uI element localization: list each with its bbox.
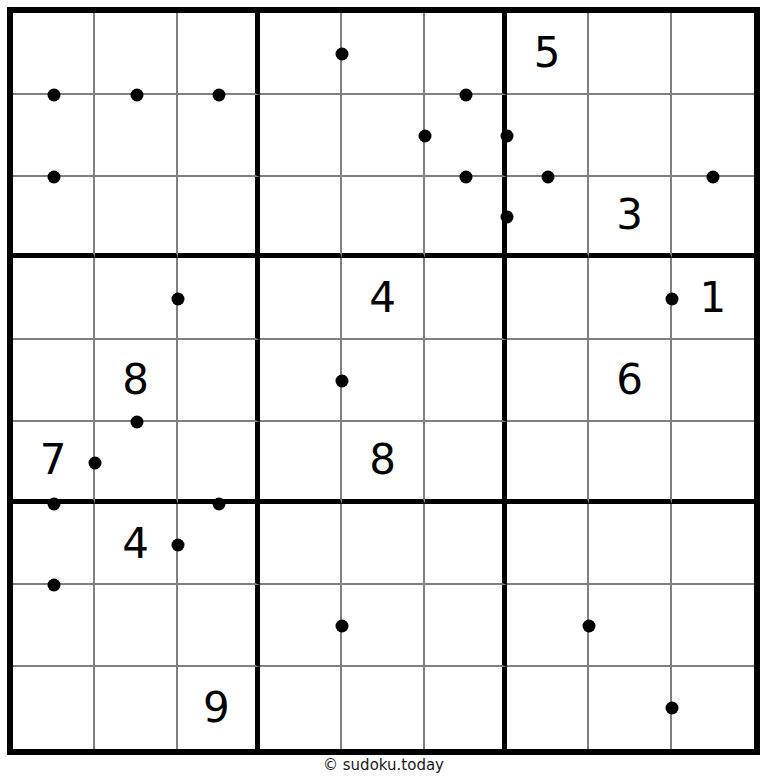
- cell-r1c2[interactable]: [95, 13, 177, 95]
- cell-r6c2[interactable]: [95, 422, 177, 504]
- cell-r3c7[interactable]: [507, 177, 589, 259]
- cell-r3c6[interactable]: [425, 177, 507, 259]
- cell-r9c6[interactable]: [425, 667, 507, 749]
- copyright-credit: © sudoku.today: [7, 756, 760, 774]
- cell-r3c5[interactable]: [342, 177, 424, 259]
- cell-r1c9[interactable]: [672, 13, 754, 95]
- cell-r3c8: 3: [589, 177, 671, 259]
- cell-r5c8: 6: [589, 340, 671, 422]
- cell-r4c3[interactable]: [178, 258, 260, 340]
- cell-r7c4[interactable]: [260, 504, 342, 586]
- cell-r2c5[interactable]: [342, 95, 424, 177]
- cell-r4c7[interactable]: [507, 258, 589, 340]
- cell-r4c1[interactable]: [13, 258, 95, 340]
- cell-r1c6[interactable]: [425, 13, 507, 95]
- cell-r7c7[interactable]: [507, 504, 589, 586]
- cell-r2c6[interactable]: [425, 95, 507, 177]
- cell-r3c3[interactable]: [178, 177, 260, 259]
- sudoku-page: 5341867849 © sudoku.today: [0, 0, 767, 777]
- cell-r5c6[interactable]: [425, 340, 507, 422]
- cell-r1c1[interactable]: [13, 13, 95, 95]
- cell-r8c1[interactable]: [13, 585, 95, 667]
- cell-r3c4[interactable]: [260, 177, 342, 259]
- cell-r9c8[interactable]: [589, 667, 671, 749]
- cell-r7c6[interactable]: [425, 504, 507, 586]
- cell-r2c2[interactable]: [95, 95, 177, 177]
- cell-r2c1[interactable]: [13, 95, 95, 177]
- cell-r4c2[interactable]: [95, 258, 177, 340]
- cell-r2c7[interactable]: [507, 95, 589, 177]
- cell-r6c7[interactable]: [507, 422, 589, 504]
- cell-r7c2: 4: [95, 504, 177, 586]
- cell-r2c3[interactable]: [178, 95, 260, 177]
- cell-r2c8[interactable]: [589, 95, 671, 177]
- cell-r6c5: 8: [342, 422, 424, 504]
- cell-r1c4[interactable]: [260, 13, 342, 95]
- sudoku-board: 5341867849: [7, 7, 760, 755]
- cell-r4c6[interactable]: [425, 258, 507, 340]
- cell-r7c5[interactable]: [342, 504, 424, 586]
- cell-r1c8[interactable]: [589, 13, 671, 95]
- cell-grid: 5341867849: [13, 13, 754, 749]
- cell-r6c9[interactable]: [672, 422, 754, 504]
- cell-r5c1[interactable]: [13, 340, 95, 422]
- cell-r6c8[interactable]: [589, 422, 671, 504]
- cell-r7c9[interactable]: [672, 504, 754, 586]
- cell-r9c9[interactable]: [672, 667, 754, 749]
- cell-r8c2[interactable]: [95, 585, 177, 667]
- cell-r3c9[interactable]: [672, 177, 754, 259]
- cell-r8c9[interactable]: [672, 585, 754, 667]
- cell-r9c3: 9: [178, 667, 260, 749]
- cell-r9c1[interactable]: [13, 667, 95, 749]
- cell-r6c4[interactable]: [260, 422, 342, 504]
- cell-r3c2[interactable]: [95, 177, 177, 259]
- cell-r8c7[interactable]: [507, 585, 589, 667]
- cell-r8c6[interactable]: [425, 585, 507, 667]
- cell-r3c1[interactable]: [13, 177, 95, 259]
- cell-r7c8[interactable]: [589, 504, 671, 586]
- cell-r5c3[interactable]: [178, 340, 260, 422]
- cell-r7c1[interactable]: [13, 504, 95, 586]
- cell-r8c5[interactable]: [342, 585, 424, 667]
- cell-r5c7[interactable]: [507, 340, 589, 422]
- cell-r6c3[interactable]: [178, 422, 260, 504]
- cell-r8c8[interactable]: [589, 585, 671, 667]
- cell-r7c3[interactable]: [178, 504, 260, 586]
- cell-r6c1: 7: [13, 422, 95, 504]
- cell-r6c6[interactable]: [425, 422, 507, 504]
- cell-r9c7[interactable]: [507, 667, 589, 749]
- cell-r5c2: 8: [95, 340, 177, 422]
- cell-r4c4[interactable]: [260, 258, 342, 340]
- cell-r4c9: 1: [672, 258, 754, 340]
- cell-r9c2[interactable]: [95, 667, 177, 749]
- cell-r4c8[interactable]: [589, 258, 671, 340]
- cell-r5c4[interactable]: [260, 340, 342, 422]
- cell-r9c5[interactable]: [342, 667, 424, 749]
- cell-r1c7: 5: [507, 13, 589, 95]
- cell-r8c4[interactable]: [260, 585, 342, 667]
- cell-r2c9[interactable]: [672, 95, 754, 177]
- cell-r2c4[interactable]: [260, 95, 342, 177]
- cell-r5c9[interactable]: [672, 340, 754, 422]
- cell-r1c5[interactable]: [342, 13, 424, 95]
- cell-r5c5[interactable]: [342, 340, 424, 422]
- cell-r4c5: 4: [342, 258, 424, 340]
- cell-r8c3[interactable]: [178, 585, 260, 667]
- cell-r1c3[interactable]: [178, 13, 260, 95]
- cell-r9c4[interactable]: [260, 667, 342, 749]
